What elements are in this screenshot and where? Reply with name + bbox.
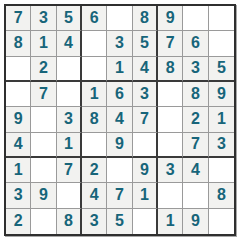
cell-r1c2[interactable]: 3	[31, 6, 56, 31]
cell-r4c1[interactable]	[6, 82, 31, 107]
cell-r7c6[interactable]: 9	[133, 158, 158, 183]
cell-r7c2[interactable]	[31, 158, 56, 183]
cell-r7c4[interactable]: 2	[82, 158, 107, 183]
cell-r7c3[interactable]: 7	[57, 158, 82, 183]
cell-r3c7[interactable]: 8	[158, 57, 183, 82]
cell-r1c5[interactable]	[107, 6, 132, 31]
cell-r5c2[interactable]	[31, 107, 56, 132]
cell-r9c9[interactable]	[209, 209, 234, 234]
cell-r9c3[interactable]: 8	[57, 209, 82, 234]
cell-r4c8[interactable]: 8	[183, 82, 208, 107]
cell-r4c5[interactable]: 6	[107, 82, 132, 107]
cell-r5c3[interactable]: 3	[57, 107, 82, 132]
cell-r8c6[interactable]: 1	[133, 183, 158, 208]
cell-r6c3[interactable]: 1	[57, 133, 82, 158]
cell-r7c9[interactable]	[209, 158, 234, 183]
cell-r1c9[interactable]	[209, 6, 234, 31]
cell-r2c3[interactable]: 4	[57, 31, 82, 56]
cell-r6c4[interactable]	[82, 133, 107, 158]
cell-r8c4[interactable]: 4	[82, 183, 107, 208]
cell-r7c5[interactable]	[107, 158, 132, 183]
cell-r9c2[interactable]	[31, 209, 56, 234]
cell-r1c3[interactable]: 5	[57, 6, 82, 31]
cell-r1c8[interactable]	[183, 6, 208, 31]
cell-r3c9[interactable]: 5	[209, 57, 234, 82]
cell-r8c8[interactable]	[183, 183, 208, 208]
cell-r3c3[interactable]	[57, 57, 82, 82]
cell-r5c9[interactable]: 1	[209, 107, 234, 132]
cell-r7c1[interactable]: 1	[6, 158, 31, 183]
cell-r2c5[interactable]: 3	[107, 31, 132, 56]
cell-r7c8[interactable]: 4	[183, 158, 208, 183]
cell-r2c9[interactable]	[209, 31, 234, 56]
cell-r3c2[interactable]: 2	[31, 57, 56, 82]
cell-r6c9[interactable]: 3	[209, 133, 234, 158]
cell-r5c5[interactable]: 4	[107, 107, 132, 132]
cell-r4c2[interactable]: 7	[31, 82, 56, 107]
cell-r8c5[interactable]: 7	[107, 183, 132, 208]
cell-r4c3[interactable]	[57, 82, 82, 107]
cell-r8c1[interactable]: 3	[6, 183, 31, 208]
cell-r9c7[interactable]: 1	[158, 209, 183, 234]
cell-r2c1[interactable]: 8	[6, 31, 31, 56]
cell-r9c4[interactable]: 3	[82, 209, 107, 234]
cell-r6c1[interactable]: 4	[6, 133, 31, 158]
cell-r3c6[interactable]: 4	[133, 57, 158, 82]
cell-r2c2[interactable]: 1	[31, 31, 56, 56]
cell-r7c7[interactable]: 3	[158, 158, 183, 183]
cell-r5c1[interactable]: 9	[6, 107, 31, 132]
cell-r2c7[interactable]: 7	[158, 31, 183, 56]
cell-r6c8[interactable]: 7	[183, 133, 208, 158]
cell-r5c8[interactable]: 2	[183, 107, 208, 132]
cell-r8c2[interactable]: 9	[31, 183, 56, 208]
cell-r6c6[interactable]	[133, 133, 158, 158]
cell-r1c6[interactable]: 8	[133, 6, 158, 31]
cell-r4c9[interactable]: 9	[209, 82, 234, 107]
cell-r3c5[interactable]: 1	[107, 57, 132, 82]
cell-r6c2[interactable]	[31, 133, 56, 158]
cell-r1c1[interactable]: 7	[6, 6, 31, 31]
cell-r1c4[interactable]: 6	[82, 6, 107, 31]
cell-r9c8[interactable]: 9	[183, 209, 208, 234]
cell-r5c4[interactable]: 8	[82, 107, 107, 132]
cell-r5c7[interactable]	[158, 107, 183, 132]
cell-r3c8[interactable]: 3	[183, 57, 208, 82]
sudoku-board: 7356898143576214835716389938472141973172…	[4, 4, 236, 236]
cell-r9c6[interactable]	[133, 209, 158, 234]
cell-r9c1[interactable]: 2	[6, 209, 31, 234]
cell-r8c7[interactable]	[158, 183, 183, 208]
cell-r1c7[interactable]: 9	[158, 6, 183, 31]
cell-r3c1[interactable]	[6, 57, 31, 82]
cell-r3c4[interactable]	[82, 57, 107, 82]
cell-r9c5[interactable]: 5	[107, 209, 132, 234]
cell-r5c6[interactable]: 7	[133, 107, 158, 132]
cell-r2c4[interactable]	[82, 31, 107, 56]
cell-r6c7[interactable]	[158, 133, 183, 158]
cell-r2c8[interactable]: 6	[183, 31, 208, 56]
cell-r4c4[interactable]: 1	[82, 82, 107, 107]
cell-r6c5[interactable]: 9	[107, 133, 132, 158]
cell-r8c9[interactable]: 8	[209, 183, 234, 208]
sudoku-board-container: 7356898143576214835716389938472141973172…	[4, 4, 236, 236]
cell-r4c7[interactable]	[158, 82, 183, 107]
cell-r8c3[interactable]	[57, 183, 82, 208]
cell-r2c6[interactable]: 5	[133, 31, 158, 56]
cell-r4c6[interactable]: 3	[133, 82, 158, 107]
